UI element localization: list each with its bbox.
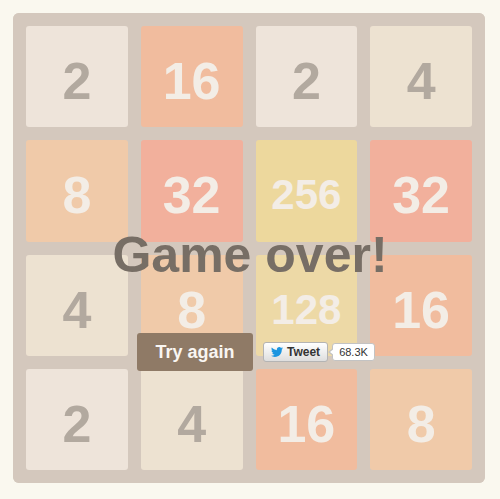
tweet-count-value: 68.3K: [339, 346, 368, 358]
count-caret-icon-inner: [330, 348, 335, 356]
tweet-label: Tweet: [287, 345, 320, 359]
page: 2162483225632481281624168 Game over! Try…: [0, 0, 500, 499]
game-over-message: Game over!: [0, 222, 500, 288]
twitter-bird-icon: [271, 346, 283, 358]
try-again-button[interactable]: Try again: [137, 333, 253, 371]
tweet-count-badge[interactable]: 68.3K: [332, 343, 375, 361]
tweet-widget: Tweet 68.3K: [263, 342, 375, 362]
tweet-button[interactable]: Tweet: [263, 342, 328, 362]
